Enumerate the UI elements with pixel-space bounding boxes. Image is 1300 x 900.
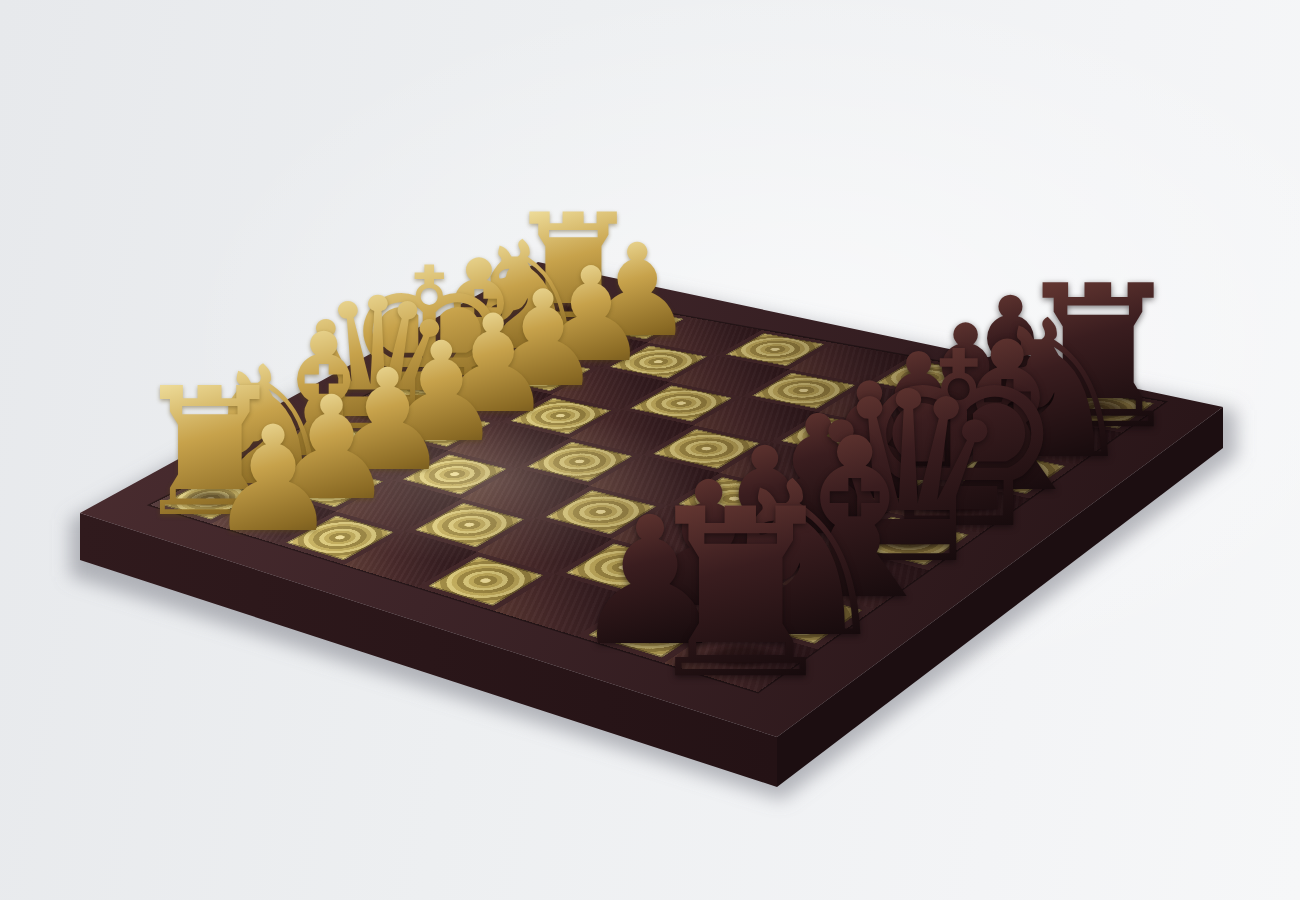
piece-black-rook-a8[interactable]: ♜ (636, 480, 844, 712)
chess-set-photo-scene: ♜♞♝♛♚♝♞♜♟♟♟♟♟♟♟♟♟♟♟♟♟♟♟♟♜♞♝♛♚♝♞♜ (0, 0, 1300, 900)
piece-white-pawn-a2[interactable]: ♟ (208, 407, 339, 553)
